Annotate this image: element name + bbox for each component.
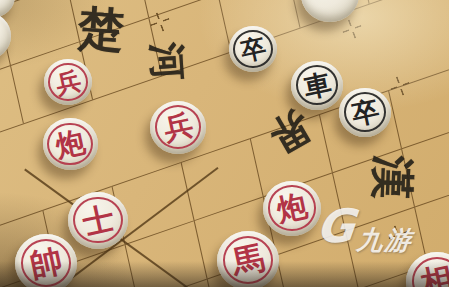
piece-character: 炮 bbox=[274, 190, 310, 226]
piece-red-horse[interactable]: 馬 bbox=[217, 231, 279, 287]
piece-character: 兵 bbox=[53, 67, 83, 97]
piece-black-soldier[interactable]: 卒 bbox=[229, 26, 277, 72]
piece-red-cannon[interactable]: 炮 bbox=[43, 118, 98, 170]
piece-character: 炮 bbox=[53, 127, 87, 161]
piece-character: 車 bbox=[301, 69, 333, 101]
piece-character: 相 bbox=[418, 262, 449, 287]
piece-red-general[interactable]: 帥 bbox=[15, 234, 77, 287]
piece-character: 兵 bbox=[161, 110, 195, 144]
piece-black-chariot[interactable]: 車 bbox=[291, 61, 343, 110]
xiangqi-board-photo: 楚河界漢 卒車卒兵炮兵士帥炮馬相 G 九游 bbox=[0, 0, 449, 287]
piece-red-soldier[interactable]: 兵 bbox=[150, 101, 206, 154]
piece-red-soldier[interactable]: 兵 bbox=[44, 59, 92, 105]
piece-red-cannon[interactable]: 炮 bbox=[263, 181, 321, 236]
piece-character: 卒 bbox=[349, 96, 381, 128]
piece-black-soldier[interactable]: 卒 bbox=[339, 88, 391, 137]
piece-character: 馬 bbox=[229, 241, 267, 279]
piece-character: 士 bbox=[80, 202, 117, 239]
piece-character: 帥 bbox=[27, 244, 65, 282]
piece-character: 卒 bbox=[238, 34, 268, 64]
piece-red-advisor[interactable]: 士 bbox=[68, 192, 128, 249]
